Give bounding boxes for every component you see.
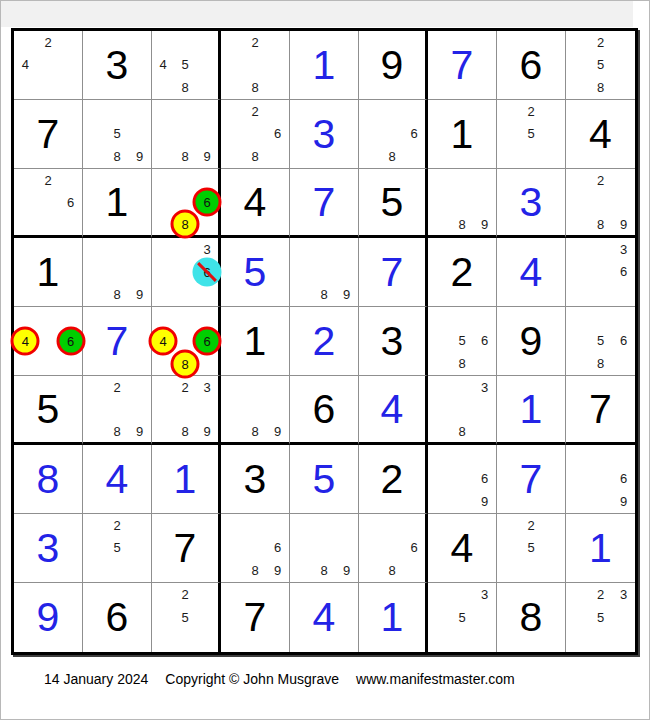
empty-candidate-slot (313, 537, 336, 560)
cell-r1c9[interactable]: 258 (566, 31, 635, 100)
empty-candidate-slot (83, 514, 106, 537)
empty-candidate-slot (221, 31, 244, 54)
cell-r1c4[interactable]: 28 (221, 31, 290, 100)
empty-candidate-slot (451, 583, 474, 606)
candidate-9: 9 (128, 420, 151, 442)
candidate-8: 8 (106, 420, 129, 442)
footer: 14 January 2024Copyright © John Musgrave… (44, 671, 532, 687)
cell-r6c8[interactable]: 1 (497, 376, 566, 445)
candidate-2: 2 (106, 376, 129, 398)
empty-candidate-slot (128, 238, 151, 261)
empty-candidate-slot (612, 283, 635, 306)
empty-candidate-slot (244, 54, 267, 77)
cell-value-given: 1 (221, 307, 289, 375)
cell-value-given: 4 (566, 100, 635, 168)
cell-r4c2[interactable]: 89 (83, 238, 152, 307)
empty-candidate-slot (174, 31, 196, 54)
cell-r4c4[interactable]: 5 (221, 238, 290, 307)
pencil-marks: 268 (221, 100, 289, 168)
candidate-2: 2 (37, 169, 60, 191)
candidate-9: 9 (473, 213, 496, 235)
empty-candidate-slot (37, 54, 60, 77)
cell-r1c8[interactable]: 6 (497, 31, 566, 100)
cell-r8c8[interactable]: 25 (497, 514, 566, 583)
cell-r1c1[interactable]: 24 (14, 31, 83, 100)
pencil-marks: 25 (497, 514, 565, 582)
cell-r8c9[interactable]: 1 (566, 514, 635, 583)
empty-candidate-slot (196, 123, 218, 146)
cell-value-solved: 7 (290, 169, 358, 235)
cell-value-solved: 2 (290, 307, 358, 375)
candidate-2: 2 (589, 169, 612, 191)
empty-candidate-slot (83, 145, 106, 168)
cell-r6c4[interactable]: 89 (221, 376, 290, 445)
empty-candidate-slot (566, 261, 589, 284)
cell-r6c6[interactable]: 4 (359, 376, 428, 445)
cell-r6c7[interactable]: 38 (428, 376, 497, 445)
empty-candidate-slot (428, 213, 451, 235)
cell-r5c6[interactable]: 3 (359, 307, 428, 376)
empty-candidate-slot (290, 283, 313, 306)
candidate-8: 8 (451, 213, 474, 235)
pencil-marks: 89 (83, 238, 151, 306)
cell-r2c1[interactable]: 7 (14, 100, 83, 169)
empty-candidate-slot (221, 145, 244, 168)
empty-candidate-slot (566, 307, 589, 330)
empty-candidate-slot (451, 398, 474, 420)
empty-candidate-slot (589, 307, 612, 330)
empty-candidate-slot (589, 629, 612, 652)
empty-candidate-slot (566, 490, 589, 513)
cell-value-given: 9 (497, 307, 565, 375)
cell-r4c6[interactable]: 7 (359, 238, 428, 307)
candidate-6-circle-green: 6 (193, 326, 222, 355)
empty-candidate-slot (83, 559, 106, 582)
empty-candidate-slot (381, 514, 403, 537)
cell-r4c8[interactable]: 4 (497, 238, 566, 307)
empty-candidate-slot (566, 352, 589, 375)
empty-candidate-slot (428, 398, 451, 420)
cell-r2c3[interactable]: 89 (152, 100, 221, 169)
empty-candidate-slot (542, 514, 565, 537)
empty-candidate-slot (497, 123, 520, 146)
candidate-8: 8 (244, 76, 267, 99)
empty-candidate-slot (290, 537, 313, 560)
cell-value-solved: 1 (359, 583, 425, 652)
empty-candidate-slot (152, 583, 174, 606)
pencil-marks: 235 (566, 583, 635, 652)
cell-value-solved: 1 (290, 31, 358, 99)
cell-value-given: 4 (221, 169, 289, 235)
candidate-6: 6 (403, 123, 425, 146)
cell-value-given: 2 (428, 238, 496, 306)
pencil-marks: 289 (566, 169, 635, 235)
empty-candidate-slot (106, 261, 129, 284)
pencil-marks: 68 (152, 169, 218, 235)
candidate-slot-6: 6 (196, 191, 218, 213)
empty-candidate-slot (14, 213, 37, 235)
empty-candidate-slot (152, 420, 174, 442)
cell-value-given: 6 (497, 31, 565, 99)
cell-r2c6[interactable]: 68 (359, 100, 428, 169)
cell-value-solved: 1 (497, 376, 565, 442)
cell-r9c5[interactable]: 4 (290, 583, 359, 652)
cell-r9c8[interactable]: 8 (497, 583, 566, 652)
cell-r7c7[interactable]: 69 (428, 445, 497, 514)
empty-candidate-slot (566, 283, 589, 306)
cell-r1c7[interactable]: 7 (428, 31, 497, 100)
empty-candidate-slot (403, 514, 425, 537)
empty-candidate-slot (196, 398, 218, 420)
empty-candidate-slot (451, 490, 474, 513)
empty-candidate-slot (473, 398, 496, 420)
cell-r7c3[interactable]: 1 (152, 445, 221, 514)
empty-candidate-slot (566, 445, 589, 468)
empty-candidate-slot (266, 514, 289, 537)
cell-r5c7[interactable]: 568 (428, 307, 497, 376)
empty-candidate-slot (266, 398, 289, 420)
cell-r3c7[interactable]: 89 (428, 169, 497, 238)
cell-value-solved: 4 (359, 376, 425, 442)
candidate-4: 4 (14, 54, 37, 77)
pencil-marks: 46 (14, 307, 82, 375)
cell-r2c9[interactable]: 4 (566, 100, 635, 169)
cell-r9c9[interactable]: 235 (566, 583, 635, 652)
candidate-2: 2 (589, 583, 612, 606)
cell-r9c2[interactable]: 6 (83, 583, 152, 652)
empty-candidate-slot (589, 191, 612, 213)
candidate-2: 2 (520, 514, 543, 537)
candidate-slot-6: 6 (59, 330, 82, 353)
pencil-marks: 25 (83, 514, 151, 582)
cell-r9c7[interactable]: 35 (428, 583, 497, 652)
empty-candidate-slot (589, 261, 612, 284)
pencil-marks: 28 (221, 31, 289, 99)
pencil-marks: 89 (152, 100, 218, 168)
empty-candidate-slot (244, 123, 267, 146)
cell-r9c3[interactable]: 25 (152, 583, 221, 652)
empty-candidate-slot (37, 76, 60, 99)
empty-candidate-slot (128, 537, 151, 560)
candidate-5: 5 (174, 54, 196, 77)
empty-candidate-slot (403, 559, 425, 582)
candidate-5: 5 (106, 123, 129, 146)
cell-value-solved: 5 (221, 238, 289, 306)
pencil-marks: 24 (14, 31, 82, 99)
empty-candidate-slot (473, 191, 496, 213)
empty-candidate-slot (174, 283, 196, 306)
pencil-marks: 258 (566, 31, 635, 99)
empty-candidate-slot (566, 606, 589, 629)
empty-candidate-slot (359, 559, 381, 582)
candidate-6: 6 (59, 191, 82, 213)
empty-candidate-slot (152, 76, 174, 99)
cell-r7c4[interactable]: 3 (221, 445, 290, 514)
cell-r2c5[interactable]: 3 (290, 100, 359, 169)
empty-candidate-slot (612, 606, 635, 629)
cell-value-given: 6 (83, 583, 151, 652)
candidate-slot-4: 4 (14, 330, 37, 353)
empty-candidate-slot (152, 629, 174, 652)
cell-r9c4[interactable]: 7 (221, 583, 290, 652)
empty-candidate-slot (244, 398, 267, 420)
candidate-2: 2 (174, 376, 196, 398)
cell-value-given: 5 (14, 376, 82, 442)
empty-candidate-slot (152, 169, 174, 191)
empty-candidate-slot (566, 31, 589, 54)
empty-candidate-slot (428, 490, 451, 513)
empty-candidate-slot (290, 238, 313, 261)
empty-candidate-slot (83, 123, 106, 146)
pencil-marks: 36 (566, 238, 635, 306)
candidate-5: 5 (451, 606, 474, 629)
cell-r3c1[interactable]: 26 (14, 169, 83, 238)
cell-r2c4[interactable]: 268 (221, 100, 290, 169)
empty-candidate-slot (196, 54, 218, 77)
candidate-4-circle-yellow: 4 (149, 326, 178, 355)
cell-r3c6[interactable]: 5 (359, 169, 428, 238)
empty-candidate-slot (152, 31, 174, 54)
cell-r8c2[interactable]: 25 (83, 514, 152, 583)
empty-candidate-slot (313, 514, 336, 537)
cell-r8c6[interactable]: 68 (359, 514, 428, 583)
candidate-9: 9 (612, 490, 635, 513)
cell-r2c8[interactable]: 25 (497, 100, 566, 169)
empty-candidate-slot (37, 352, 60, 375)
cell-value-given: 3 (359, 307, 425, 375)
empty-candidate-slot (566, 76, 589, 99)
empty-candidate-slot (196, 606, 218, 629)
cell-value-given: 7 (152, 514, 218, 582)
cell-r1c6[interactable]: 9 (359, 31, 428, 100)
empty-candidate-slot (174, 100, 196, 123)
cell-r7c2[interactable]: 4 (83, 445, 152, 514)
cell-r5c1[interactable]: 46 (14, 307, 83, 376)
cell-r6c5[interactable]: 6 (290, 376, 359, 445)
cell-r8c7[interactable]: 4 (428, 514, 497, 583)
empty-candidate-slot (152, 123, 174, 146)
candidate-8: 8 (106, 283, 129, 306)
footer-website[interactable]: www.manifestmaster.com (356, 671, 515, 687)
empty-candidate-slot (589, 468, 612, 491)
empty-candidate-slot (335, 514, 358, 537)
cell-r5c5[interactable]: 2 (290, 307, 359, 376)
empty-candidate-slot (128, 398, 151, 420)
empty-candidate-slot (451, 307, 474, 330)
empty-candidate-slot (359, 100, 381, 123)
cell-r8c4[interactable]: 689 (221, 514, 290, 583)
candidate-3: 3 (473, 376, 496, 398)
candidate-5: 5 (451, 330, 474, 353)
empty-candidate-slot (221, 54, 244, 77)
empty-candidate-slot (612, 629, 635, 652)
cell-r7c1[interactable]: 8 (14, 445, 83, 514)
empty-candidate-slot (59, 76, 82, 99)
candidate-8: 8 (381, 145, 403, 168)
cell-r5c9[interactable]: 568 (566, 307, 635, 376)
empty-candidate-slot (566, 583, 589, 606)
empty-candidate-slot (221, 100, 244, 123)
cell-r7c5[interactable]: 5 (290, 445, 359, 514)
top-strip (1, 1, 633, 27)
cell-r3c2[interactable]: 1 (83, 169, 152, 238)
empty-candidate-slot (59, 352, 82, 375)
cell-r9c6[interactable]: 1 (359, 583, 428, 652)
sudoku-board: 2434582819762587589892683681254261684758… (11, 28, 638, 655)
cell-value-solved: 4 (497, 238, 565, 306)
pencil-marks: 89 (290, 514, 358, 582)
empty-candidate-slot (566, 169, 589, 191)
empty-candidate-slot (83, 376, 106, 398)
empty-candidate-slot (566, 238, 589, 261)
cell-value-solved: 4 (83, 445, 151, 513)
empty-candidate-slot (497, 145, 520, 168)
empty-candidate-slot (428, 307, 451, 330)
empty-candidate-slot (335, 261, 358, 284)
empty-candidate-slot (566, 191, 589, 213)
cell-value-given: 7 (221, 583, 289, 652)
empty-candidate-slot (566, 330, 589, 353)
candidate-2: 2 (106, 514, 129, 537)
candidate-slot-8: 8 (174, 213, 196, 235)
candidate-3: 3 (612, 238, 635, 261)
empty-candidate-slot (59, 31, 82, 54)
empty-candidate-slot (244, 514, 267, 537)
cell-r3c5[interactable]: 7 (290, 169, 359, 238)
cell-r8c5[interactable]: 89 (290, 514, 359, 583)
cell-r5c8[interactable]: 9 (497, 307, 566, 376)
cell-r7c9[interactable]: 69 (566, 445, 635, 514)
candidate-9: 9 (128, 145, 151, 168)
cell-r7c6[interactable]: 2 (359, 445, 428, 514)
empty-candidate-slot (106, 559, 129, 582)
candidate-2: 2 (174, 583, 196, 606)
cell-value-solved: 7 (497, 445, 565, 513)
pencil-marks: 589 (83, 100, 151, 168)
empty-candidate-slot (612, 352, 635, 375)
cell-r6c3[interactable]: 2389 (152, 376, 221, 445)
empty-candidate-slot (381, 123, 403, 146)
empty-candidate-slot (14, 191, 37, 213)
candidate-5: 5 (589, 606, 612, 629)
candidate-2: 2 (244, 31, 267, 54)
cell-r1c3[interactable]: 458 (152, 31, 221, 100)
empty-candidate-slot (83, 261, 106, 284)
candidate-8: 8 (244, 145, 267, 168)
candidate-6: 6 (612, 261, 635, 284)
cell-r3c9[interactable]: 289 (566, 169, 635, 238)
empty-candidate-slot (221, 537, 244, 560)
empty-candidate-slot (313, 261, 336, 284)
cell-r6c9[interactable]: 7 (566, 376, 635, 445)
pencil-marks: 568 (566, 307, 635, 375)
cell-r4c7[interactable]: 2 (428, 238, 497, 307)
cell-r1c5[interactable]: 1 (290, 31, 359, 100)
candidate-8: 8 (174, 420, 196, 442)
cell-value-solved: 7 (359, 238, 425, 306)
pencil-marks: 689 (221, 514, 289, 582)
cell-r3c3[interactable]: 68 (152, 169, 221, 238)
cell-r8c3[interactable]: 7 (152, 514, 221, 583)
empty-candidate-slot (451, 445, 474, 468)
candidate-5: 5 (520, 537, 543, 560)
cell-r3c4[interactable]: 4 (221, 169, 290, 238)
cell-r2c7[interactable]: 1 (428, 100, 497, 169)
candidate-8: 8 (589, 76, 612, 99)
cell-r8c1[interactable]: 3 (14, 514, 83, 583)
empty-candidate-slot (106, 100, 129, 123)
empty-candidate-slot (221, 376, 244, 398)
candidate-6: 6 (473, 468, 496, 491)
cell-r4c3[interactable]: 36 (152, 238, 221, 307)
empty-candidate-slot (128, 376, 151, 398)
cell-value-given: 9 (359, 31, 425, 99)
empty-candidate-slot (473, 420, 496, 442)
pencil-marks: 25 (497, 100, 565, 168)
cell-r3c8[interactable]: 3 (497, 169, 566, 238)
cell-value-solved: 9 (14, 583, 82, 652)
empty-candidate-slot (566, 213, 589, 235)
cell-value-given: 3 (221, 445, 289, 513)
empty-candidate-slot (612, 76, 635, 99)
cell-r4c1[interactable]: 1 (14, 238, 83, 307)
empty-candidate-slot (128, 123, 151, 146)
empty-candidate-slot (473, 606, 496, 629)
empty-candidate-slot (451, 468, 474, 491)
empty-candidate-slot (359, 514, 381, 537)
cell-r5c3[interactable]: 468 (152, 307, 221, 376)
candidate-9: 9 (335, 283, 358, 306)
cell-r9c1[interactable]: 9 (14, 583, 83, 652)
candidate-9: 9 (196, 420, 218, 442)
cell-r6c2[interactable]: 289 (83, 376, 152, 445)
cell-r4c9[interactable]: 36 (566, 238, 635, 307)
empty-candidate-slot (290, 514, 313, 537)
pencil-marks: 458 (152, 31, 218, 99)
candidate-8: 8 (174, 76, 196, 99)
candidate-5: 5 (520, 123, 543, 146)
cell-r4c5[interactable]: 89 (290, 238, 359, 307)
candidate-9: 9 (128, 283, 151, 306)
empty-candidate-slot (174, 398, 196, 420)
empty-candidate-slot (266, 145, 289, 168)
cell-r5c4[interactable]: 1 (221, 307, 290, 376)
empty-candidate-slot (497, 100, 520, 123)
cell-r6c1[interactable]: 5 (14, 376, 83, 445)
pencil-marks: 69 (566, 445, 635, 513)
empty-candidate-slot (428, 191, 451, 213)
empty-candidate-slot (128, 559, 151, 582)
empty-candidate-slot (451, 376, 474, 398)
cell-value-solved: 3 (290, 100, 358, 168)
candidate-slot-6: 6 (196, 261, 218, 284)
cell-value-solved: 1 (566, 514, 635, 582)
cell-r5c2[interactable]: 7 (83, 307, 152, 376)
pencil-marks: 69 (428, 445, 496, 513)
candidate-6-circle-cyan-crossed: 6 (193, 257, 222, 286)
empty-candidate-slot (14, 31, 37, 54)
empty-candidate-slot (612, 307, 635, 330)
pencil-marks: 68 (359, 100, 425, 168)
cell-value-solved: 5 (290, 445, 358, 513)
cell-r1c2[interactable]: 3 (83, 31, 152, 100)
cell-r2c2[interactable]: 589 (83, 100, 152, 169)
candidate-9: 9 (266, 420, 289, 442)
empty-candidate-slot (542, 537, 565, 560)
cell-r7c8[interactable]: 7 (497, 445, 566, 514)
pencil-marks: 468 (152, 307, 218, 375)
cell-value-given: 5 (359, 169, 425, 235)
